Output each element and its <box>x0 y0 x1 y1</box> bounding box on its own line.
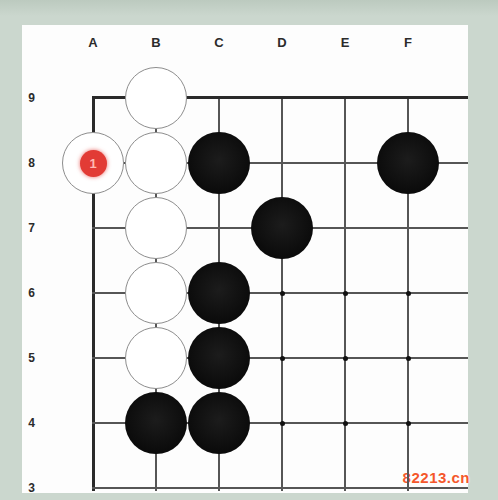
row-label-4: 4 <box>23 416 40 430</box>
grid-hline-3 <box>92 487 468 489</box>
star-point-E5 <box>343 356 348 361</box>
star-point-D4 <box>280 421 285 426</box>
col-label-F: F <box>395 35 421 50</box>
stone-white-B7 <box>125 197 187 259</box>
star-point-F6 <box>406 291 411 296</box>
stone-black-C8 <box>188 132 250 194</box>
star-point-E6 <box>343 291 348 296</box>
row-label-6: 6 <box>23 286 40 300</box>
stone-black-C4 <box>188 392 250 454</box>
stone-black-C6 <box>188 262 250 324</box>
row-label-9: 9 <box>23 91 40 105</box>
move-marker-1: 1 <box>80 150 107 177</box>
star-point-E4 <box>343 421 348 426</box>
row-label-7: 7 <box>23 221 40 235</box>
star-point-F5 <box>406 356 411 361</box>
row-label-3: 3 <box>23 481 40 495</box>
stone-white-B9 <box>125 67 187 129</box>
watermark: 82213.cn <box>403 469 470 486</box>
stone-black-F8 <box>377 132 439 194</box>
go-board: 82213.cn ABCDEF98765431 <box>22 25 468 493</box>
col-label-A: A <box>80 35 106 50</box>
row-label-5: 5 <box>23 351 40 365</box>
stone-white-B6 <box>125 262 187 324</box>
col-label-D: D <box>269 35 295 50</box>
stone-white-B8 <box>125 132 187 194</box>
star-point-F4 <box>406 421 411 426</box>
row-label-8: 8 <box>23 156 40 170</box>
stone-white-B5 <box>125 327 187 389</box>
stone-black-D7 <box>251 197 313 259</box>
col-label-E: E <box>332 35 358 50</box>
col-label-B: B <box>143 35 169 50</box>
col-label-C: C <box>206 35 232 50</box>
stone-black-C5 <box>188 327 250 389</box>
screenshot-root: 82213.cn ABCDEF98765431 <box>0 0 498 500</box>
stone-white-A8: 1 <box>62 132 124 194</box>
star-point-D5 <box>280 356 285 361</box>
stone-black-B4 <box>125 392 187 454</box>
star-point-D6 <box>280 291 285 296</box>
